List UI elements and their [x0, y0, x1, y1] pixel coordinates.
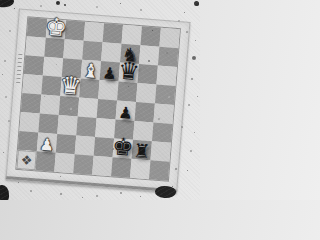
photo-corner-blob	[0, 185, 9, 200]
square-g4[interactable]	[135, 102, 155, 122]
square-h8[interactable]	[159, 28, 179, 48]
photo-corner-blob	[194, 1, 199, 6]
square-c5[interactable]: ♛	[60, 77, 80, 97]
board-grid: ♚♞♝♟♛♛♟♟♚♜❖	[16, 17, 179, 180]
piece-white-pawn[interactable]: ♟	[39, 137, 55, 154]
piece-black-pawn[interactable]: ♟	[118, 105, 134, 122]
square-a6[interactable]	[24, 55, 44, 75]
square-h6[interactable]	[156, 66, 176, 86]
square-a4[interactable]	[21, 93, 41, 113]
piece-white-queen[interactable]: ♛	[59, 73, 82, 99]
square-c2[interactable]	[56, 134, 76, 154]
square-c8[interactable]	[65, 20, 85, 40]
square-a2[interactable]	[18, 131, 38, 151]
photo-corner-blob	[0, 0, 15, 8]
square-h4[interactable]	[153, 103, 173, 123]
square-f2[interactable]: ♚	[113, 138, 133, 158]
chessboard-photo: ♚♞♝♟♛♛♟♟♚♜❖	[0, 0, 200, 200]
square-g2[interactable]: ♜	[132, 140, 152, 160]
square-h2[interactable]	[150, 141, 170, 161]
square-g8[interactable]	[140, 26, 160, 46]
piece-black-king[interactable]: ♚	[111, 134, 134, 160]
square-b2[interactable]: ♟	[37, 132, 57, 152]
square-h5[interactable]	[155, 85, 175, 105]
square-f6[interactable]: ♛	[119, 63, 139, 83]
piece-white-bishop[interactable]: ♝	[82, 61, 100, 81]
square-g7[interactable]	[139, 45, 159, 65]
square-d4[interactable]	[78, 98, 98, 118]
square-d6[interactable]: ♝	[81, 60, 101, 80]
square-g5[interactable]	[136, 83, 156, 103]
photo-edge-blob	[155, 185, 177, 199]
square-d2[interactable]	[75, 135, 95, 155]
square-a5[interactable]	[22, 74, 42, 94]
square-e1[interactable]	[92, 156, 112, 176]
square-g6[interactable]	[137, 64, 157, 84]
piece-black-rook[interactable]: ♜	[132, 141, 150, 161]
square-h1[interactable]	[149, 160, 169, 180]
corner-ornament-icon: ❖	[20, 153, 33, 167]
square-d1[interactable]	[73, 154, 93, 174]
square-a1[interactable]: ❖	[16, 150, 36, 170]
square-a3[interactable]	[19, 112, 39, 132]
edge-print-marks	[16, 54, 22, 86]
square-b4[interactable]	[40, 95, 60, 115]
square-c1[interactable]	[54, 153, 74, 173]
piece-black-queen[interactable]: ♛	[117, 59, 140, 85]
square-b8[interactable]: ♚	[46, 19, 66, 39]
chessboard: ♚♞♝♟♛♛♟♟♚♜❖	[6, 9, 191, 193]
square-b3[interactable]	[38, 113, 58, 133]
square-h3[interactable]	[152, 122, 172, 142]
square-d3[interactable]	[76, 116, 96, 136]
square-e4[interactable]	[97, 99, 117, 119]
square-c3[interactable]	[57, 115, 77, 135]
square-h7[interactable]	[158, 47, 178, 67]
piece-black-pawn[interactable]: ♟	[102, 65, 118, 82]
square-c7[interactable]	[63, 39, 83, 59]
square-d8[interactable]	[84, 22, 104, 42]
square-e8[interactable]	[103, 23, 123, 43]
square-f4[interactable]: ♟	[116, 100, 136, 120]
square-a7[interactable]	[25, 36, 45, 56]
piece-white-king[interactable]: ♚	[44, 15, 67, 41]
